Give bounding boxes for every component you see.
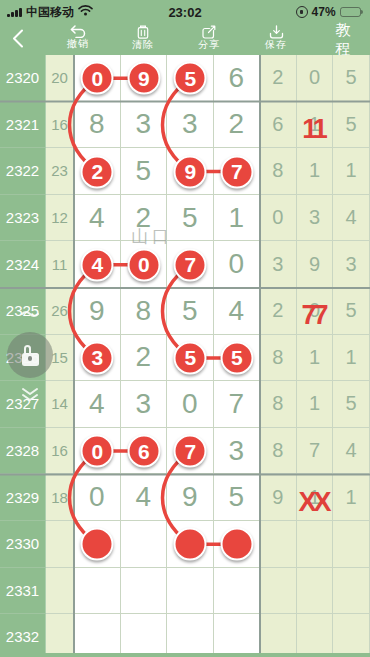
trend-chart-board: 2320200956205232116833261523222325978112… bbox=[0, 55, 370, 657]
undo-icon bbox=[70, 25, 87, 38]
download-icon bbox=[269, 25, 284, 39]
digit-cell-2329-3[interactable]: 5 bbox=[214, 474, 261, 521]
period-label-2332: 2332 bbox=[0, 614, 46, 657]
digit-cell-2327-2[interactable]: 0 bbox=[167, 381, 214, 428]
stat-cell-2321-0[interactable]: 6 bbox=[260, 102, 297, 149]
stat-cell-2332-0[interactable] bbox=[260, 614, 297, 657]
digit-cell-2331-1[interactable] bbox=[121, 568, 168, 615]
stat-cell-2331-0[interactable] bbox=[260, 568, 297, 615]
stat-cell-2330-0[interactable] bbox=[260, 521, 297, 568]
stat-cell-2331-2[interactable] bbox=[333, 568, 370, 615]
digit-cell-2332-0[interactable] bbox=[74, 614, 121, 657]
mark-circle-2330-0[interactable] bbox=[81, 528, 114, 561]
digit-cell-2324-3[interactable]: 0 bbox=[214, 241, 261, 288]
mark-circle-2326-2[interactable]: 5 bbox=[174, 341, 207, 374]
orientation-lock-icon bbox=[296, 6, 308, 18]
sum-cell-2332 bbox=[46, 614, 74, 657]
toolbar: 撤销 清除 分享 保存 bbox=[0, 24, 370, 55]
stat-cell-2323-0[interactable]: 0 bbox=[260, 195, 297, 242]
clock: 23:02 bbox=[168, 5, 201, 20]
stat-cell-2327-2[interactable]: 5 bbox=[333, 381, 370, 428]
annotation-2329: XX bbox=[299, 486, 332, 517]
stat-cell-2328-2[interactable]: 4 bbox=[333, 428, 370, 475]
battery-percent-label: 47% bbox=[312, 5, 336, 19]
sum-cell-2321: 16 bbox=[46, 102, 74, 149]
stat-cell-2329-0[interactable]: 9 bbox=[260, 474, 297, 521]
status-bar: 中国移动 23:02 47% bbox=[0, 0, 370, 24]
digit-cell-2331-0[interactable] bbox=[74, 568, 121, 615]
sum-cell-2323: 12 bbox=[46, 195, 74, 242]
back-button[interactable] bbox=[12, 29, 24, 52]
mark-circle-2322-3[interactable]: 7 bbox=[220, 155, 253, 188]
stat-cell-2326-1[interactable]: 1 bbox=[297, 335, 334, 382]
share-button[interactable]: 分享 bbox=[198, 25, 220, 50]
mark-circle-2326-0[interactable]: 3 bbox=[81, 341, 114, 374]
bottom-edge-strip bbox=[0, 653, 370, 657]
stat-cell-2321-2[interactable]: 5 bbox=[333, 102, 370, 149]
stat-cell-2328-1[interactable]: 7 bbox=[297, 428, 334, 475]
mark-circle-2326-3[interactable]: 5 bbox=[220, 341, 253, 374]
mark-circle-2320-1[interactable]: 9 bbox=[127, 62, 160, 95]
clear-button[interactable]: 清除 bbox=[132, 25, 154, 50]
stat-cell-2322-1[interactable]: 1 bbox=[297, 148, 334, 195]
digit-cell-2331-3[interactable] bbox=[214, 568, 261, 615]
sum-cell-2331 bbox=[46, 568, 74, 615]
period-label-2327: 2327 bbox=[0, 381, 46, 428]
digit-cell-2323-3[interactable]: 1 bbox=[214, 195, 261, 242]
sum-cell-2327: 14 bbox=[46, 381, 74, 428]
stat-cell-2324-1[interactable]: 9 bbox=[297, 241, 334, 288]
annotation-2321: 11 bbox=[302, 113, 328, 144]
digit-cell-2329-2[interactable]: 9 bbox=[167, 474, 214, 521]
signal-strength-icon bbox=[7, 7, 22, 17]
mark-circle-2328-2[interactable]: 7 bbox=[174, 435, 207, 468]
sum-cell-2324: 11 bbox=[46, 241, 74, 288]
digit-cell-2332-2[interactable] bbox=[167, 614, 214, 657]
mark-circle-2328-0[interactable]: 0 bbox=[81, 435, 114, 468]
mark-circle-2324-2[interactable]: 7 bbox=[174, 248, 207, 281]
mark-circle-2328-1[interactable]: 6 bbox=[127, 435, 160, 468]
stat-cell-2332-2[interactable] bbox=[333, 614, 370, 657]
stat-cell-2322-0[interactable]: 8 bbox=[260, 148, 297, 195]
digit-cell-2321-3[interactable]: 2 bbox=[214, 102, 261, 149]
trash-icon bbox=[136, 25, 150, 39]
sum-cell-2330 bbox=[46, 521, 74, 568]
stat-cell-2323-2[interactable]: 4 bbox=[333, 195, 370, 242]
sum-cell-2325: 26 bbox=[46, 288, 74, 335]
period-label-2325: 2325 bbox=[0, 288, 46, 335]
digit-cell-2329-1[interactable]: 4 bbox=[121, 474, 168, 521]
wifi-icon bbox=[78, 5, 93, 19]
digit-cell-2328-3[interactable]: 3 bbox=[214, 428, 261, 475]
period-label-2324: 2324 bbox=[0, 241, 46, 288]
digit-cell-2323-0[interactable]: 4 bbox=[74, 195, 121, 242]
digit-cell-2321-2[interactable]: 3 bbox=[167, 102, 214, 149]
digit-cell-2332-3[interactable] bbox=[214, 614, 261, 657]
mark-circle-2330-3[interactable] bbox=[220, 528, 253, 561]
tutorial-button[interactable]: 教程 bbox=[336, 21, 359, 59]
stat-cell-2324-2[interactable]: 3 bbox=[333, 241, 370, 288]
digit-cell-2326-1[interactable]: 2 bbox=[121, 335, 168, 382]
share-icon bbox=[202, 25, 217, 39]
digit-cell-2320-3[interactable]: 6 bbox=[214, 55, 261, 102]
stat-cell-2327-1[interactable]: 1 bbox=[297, 381, 334, 428]
stat-cell-2323-1[interactable]: 3 bbox=[297, 195, 334, 242]
period-label-2321: 2321 bbox=[0, 102, 46, 149]
undo-button[interactable]: 撤销 bbox=[67, 25, 89, 49]
stat-cell-2330-2[interactable] bbox=[333, 521, 370, 568]
stat-cell-2331-1[interactable] bbox=[297, 568, 334, 615]
period-label-2320: 2320 bbox=[0, 55, 46, 102]
sum-cell-2320: 20 bbox=[46, 55, 74, 102]
lock-button[interactable] bbox=[7, 332, 53, 378]
digit-cell-2325-2[interactable]: 5 bbox=[167, 288, 214, 335]
stat-cell-2330-1[interactable] bbox=[297, 521, 334, 568]
mark-circle-2320-2[interactable]: 5 bbox=[174, 62, 207, 95]
digit-cell-2327-3[interactable]: 7 bbox=[214, 381, 261, 428]
period-label-2323: 2323 bbox=[0, 195, 46, 242]
stat-cell-2328-0[interactable]: 8 bbox=[260, 428, 297, 475]
mark-circle-2322-0[interactable]: 2 bbox=[81, 155, 114, 188]
stat-cell-2325-0[interactable]: 2 bbox=[260, 288, 297, 335]
period-label-2322: 2322 bbox=[0, 148, 46, 195]
mark-circle-2324-1[interactable]: 0 bbox=[127, 248, 160, 281]
share-label: 分享 bbox=[198, 40, 220, 50]
digit-cell-2323-2[interactable]: 5 bbox=[167, 195, 214, 242]
digit-cell-2325-0[interactable]: 9 bbox=[74, 288, 121, 335]
stat-cell-2326-0[interactable]: 8 bbox=[260, 335, 297, 382]
battery-icon bbox=[340, 7, 363, 18]
save-label: 保存 bbox=[265, 40, 287, 50]
carrier-label: 中国移动 bbox=[26, 4, 74, 21]
sum-cell-2322: 23 bbox=[46, 148, 74, 195]
period-label-2330: 2330 bbox=[0, 521, 46, 568]
save-button[interactable]: 保存 bbox=[265, 25, 287, 50]
stat-cell-2325-2[interactable]: 5 bbox=[333, 288, 370, 335]
stat-cell-2332-1[interactable] bbox=[297, 614, 334, 657]
undo-label: 撤销 bbox=[67, 39, 89, 49]
stat-cell-2324-0[interactable]: 3 bbox=[260, 241, 297, 288]
padlock-icon bbox=[22, 353, 39, 366]
mark-circle-2324-0[interactable]: 4 bbox=[81, 248, 114, 281]
annotation-2325: 77 bbox=[302, 300, 329, 331]
digit-cell-2325-1[interactable]: 8 bbox=[121, 288, 168, 335]
digit-cell-2331-2[interactable] bbox=[167, 568, 214, 615]
sum-cell-2329: 18 bbox=[46, 474, 74, 521]
digit-cell-2332-1[interactable] bbox=[121, 614, 168, 657]
digit-cell-2325-3[interactable]: 4 bbox=[214, 288, 261, 335]
period-label-2331: 2331 bbox=[0, 568, 46, 615]
digit-cell-2330-1[interactable] bbox=[121, 521, 168, 568]
stat-cell-2327-0[interactable]: 8 bbox=[260, 381, 297, 428]
stat-cell-2326-2[interactable]: 1 bbox=[333, 335, 370, 382]
stat-cell-2322-2[interactable]: 1 bbox=[333, 148, 370, 195]
clear-label: 清除 bbox=[132, 40, 154, 50]
period-label-2329: 2329 bbox=[0, 474, 46, 521]
digit-cell-2322-1[interactable]: 5 bbox=[121, 148, 168, 195]
stat-cell-2329-2[interactable]: 1 bbox=[333, 474, 370, 521]
digit-cell-2321-1[interactable]: 3 bbox=[121, 102, 168, 149]
digit-cell-2329-0[interactable]: 0 bbox=[74, 474, 121, 521]
mark-circle-2322-2[interactable]: 9 bbox=[174, 155, 207, 188]
stat-cell-2320-1[interactable]: 0 bbox=[297, 55, 334, 102]
sum-cell-2328: 16 bbox=[46, 428, 74, 475]
digit-cell-2327-1[interactable]: 3 bbox=[121, 381, 168, 428]
digit-cell-2327-0[interactable]: 4 bbox=[74, 381, 121, 428]
stat-cell-2320-2[interactable]: 5 bbox=[333, 55, 370, 102]
period-label-2328: 2328 bbox=[0, 428, 46, 475]
digit-cell-2321-0[interactable]: 8 bbox=[74, 102, 121, 149]
watermark: 山口 bbox=[131, 225, 173, 248]
stat-cell-2320-0[interactable]: 2 bbox=[260, 55, 297, 102]
mark-circle-2320-0[interactable]: 0 bbox=[81, 62, 114, 95]
mark-circle-2330-2[interactable] bbox=[174, 528, 207, 561]
